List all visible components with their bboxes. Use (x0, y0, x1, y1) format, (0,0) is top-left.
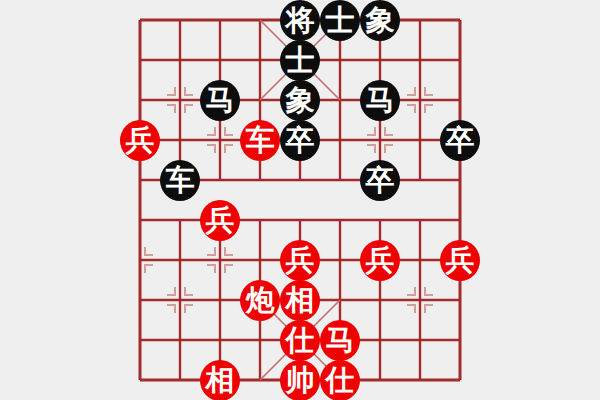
pieces-layer: 将士象士马象马兵车卒卒车卒兵兵兵兵炮相仕马相帅仕 (120, 0, 480, 400)
board-point: 车 (160, 160, 200, 200)
piece-red-advisor[interactable]: 仕 (280, 320, 320, 361)
piece-black-pawn[interactable]: 卒 (360, 160, 400, 201)
board-point: 象 (280, 80, 320, 120)
board-point: 卒 (360, 160, 400, 200)
board-point: 帅 (280, 360, 320, 400)
piece-red-elephant[interactable]: 相 (280, 280, 320, 321)
piece-black-pawn[interactable]: 卒 (280, 120, 320, 161)
piece-black-elephant[interactable]: 象 (360, 0, 400, 41)
board-point: 马 (200, 80, 240, 120)
board-point: 兵 (200, 200, 240, 240)
piece-red-horse[interactable]: 马 (320, 320, 360, 361)
piece-red-cannon[interactable]: 炮 (240, 280, 280, 321)
board-point: 士 (280, 40, 320, 80)
board-point: 相 (280, 280, 320, 320)
xiangqi-app: 将士象士马象马兵车卒卒车卒兵兵兵兵炮相仕马相帅仕 (0, 0, 600, 400)
piece-black-elephant[interactable]: 象 (280, 80, 320, 121)
board-point: 象 (360, 0, 400, 40)
board-point: 炮 (240, 280, 280, 320)
piece-red-chariot[interactable]: 车 (240, 120, 280, 161)
board-point: 车 (240, 120, 280, 160)
piece-red-elephant[interactable]: 相 (200, 360, 240, 400)
piece-red-pawn[interactable]: 兵 (360, 240, 400, 281)
board-point: 仕 (280, 320, 320, 360)
piece-red-pawn[interactable]: 兵 (280, 240, 320, 281)
piece-black-general[interactable]: 将 (280, 0, 320, 41)
piece-red-pawn[interactable]: 兵 (200, 200, 240, 241)
board-point: 相 (200, 360, 240, 400)
board-point: 卒 (280, 120, 320, 160)
board-point: 士 (320, 0, 360, 40)
piece-black-horse[interactable]: 马 (360, 80, 400, 121)
board-point: 卒 (440, 120, 480, 160)
piece-black-pawn[interactable]: 卒 (440, 120, 480, 161)
piece-red-pawn[interactable]: 兵 (120, 120, 160, 161)
board-point: 兵 (440, 240, 480, 280)
piece-red-advisor[interactable]: 仕 (320, 360, 360, 400)
piece-black-advisor[interactable]: 士 (320, 0, 360, 41)
piece-black-advisor[interactable]: 士 (280, 40, 320, 81)
board-point: 兵 (120, 120, 160, 160)
board-point: 马 (360, 80, 400, 120)
piece-red-pawn[interactable]: 兵 (440, 240, 480, 281)
board-point: 兵 (360, 240, 400, 280)
piece-black-chariot[interactable]: 车 (160, 160, 200, 201)
piece-black-horse[interactable]: 马 (200, 80, 240, 121)
board-point: 将 (280, 0, 320, 40)
board-point: 马 (320, 320, 360, 360)
board-point: 兵 (280, 240, 320, 280)
piece-red-general[interactable]: 帅 (280, 360, 320, 400)
board-point: 仕 (320, 360, 360, 400)
